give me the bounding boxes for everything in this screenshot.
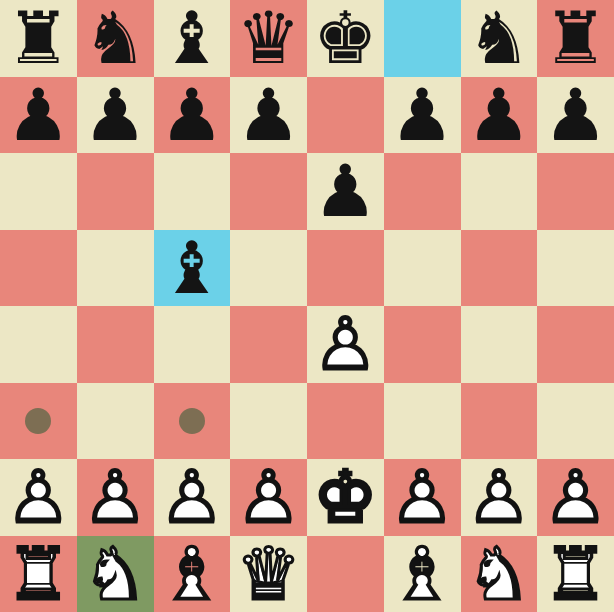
square-d2[interactable]: ♟♙	[230, 459, 307, 536]
black-knight-icon: ♞	[77, 0, 154, 77]
square-h8[interactable]: ♜	[537, 0, 614, 77]
black-bishop-icon: ♝	[154, 0, 231, 77]
white-pawn-icon: ♟	[461, 459, 538, 536]
black-pawn-icon: ♟	[77, 77, 154, 154]
white-bishop-icon: ♝	[154, 536, 231, 612]
square-a6[interactable]	[0, 153, 77, 230]
square-a8[interactable]: ♜	[0, 0, 77, 77]
black-queen-piece[interactable]: ♛	[230, 0, 307, 77]
white-pawn-outline-icon: ♙	[0, 459, 77, 536]
white-pawn-piece[interactable]: ♟♙	[461, 459, 538, 536]
white-rook-outline-icon: ♖	[537, 536, 614, 612]
white-rook-icon: ♜	[537, 536, 614, 612]
black-knight-piece[interactable]: ♞	[461, 0, 538, 77]
black-king-piece[interactable]: ♚	[307, 0, 384, 77]
chess-board: ♜♞♝♛♚♞♜♟♟♟♟♟♟♟♟♝♟♙♟♙♟♙♟♙♟♙♚♔♟♙♟♙♟♙♜♖♞♘♝♗…	[0, 0, 614, 612]
black-knight-icon: ♞	[461, 0, 538, 77]
square-h5[interactable]	[537, 230, 614, 307]
square-b4[interactable]	[77, 306, 154, 383]
white-bishop-piece[interactable]: ♝♗	[384, 536, 461, 612]
square-b3[interactable]	[77, 383, 154, 460]
white-bishop-outline-icon: ♗	[384, 536, 461, 612]
white-pawn-outline-icon: ♙	[154, 459, 231, 536]
square-g3[interactable]	[461, 383, 538, 460]
white-king-outline-icon: ♔	[307, 459, 384, 536]
black-pawn-icon: ♟	[154, 77, 231, 154]
black-king-icon: ♚	[307, 0, 384, 77]
square-e5[interactable]	[307, 230, 384, 307]
square-a1[interactable]: ♜♖	[0, 536, 77, 612]
black-rook-piece[interactable]: ♜	[0, 0, 77, 77]
square-b7[interactable]: ♟	[77, 77, 154, 154]
black-rook-icon: ♜	[0, 0, 77, 77]
white-pawn-icon: ♟	[154, 459, 231, 536]
white-pawn-icon: ♟	[384, 459, 461, 536]
square-e3[interactable]	[307, 383, 384, 460]
square-c1[interactable]: ♝♗	[154, 536, 231, 612]
square-h6[interactable]	[537, 153, 614, 230]
black-knight-piece[interactable]: ♞	[77, 0, 154, 77]
square-d8[interactable]: ♛	[230, 0, 307, 77]
black-pawn-icon: ♟	[0, 77, 77, 154]
white-pawn-outline-icon: ♙	[307, 306, 384, 383]
black-pawn-piece[interactable]: ♟	[154, 77, 231, 154]
white-rook-outline-icon: ♖	[0, 536, 77, 612]
white-knight-icon: ♞	[77, 536, 154, 612]
square-a5[interactable]	[0, 230, 77, 307]
square-d6[interactable]	[230, 153, 307, 230]
square-b1-selected-highlight[interactable]: ♞♘	[77, 536, 154, 612]
white-pawn-piece[interactable]: ♟♙	[384, 459, 461, 536]
black-rook-icon: ♜	[537, 0, 614, 77]
square-h1[interactable]: ♜♖	[537, 536, 614, 612]
square-b5[interactable]	[77, 230, 154, 307]
square-a3[interactable]	[0, 383, 77, 460]
square-a2[interactable]: ♟♙	[0, 459, 77, 536]
square-b6[interactable]	[77, 153, 154, 230]
square-b2[interactable]: ♟♙	[77, 459, 154, 536]
square-c3[interactable]	[154, 383, 231, 460]
square-f6[interactable]	[384, 153, 461, 230]
white-rook-piece[interactable]: ♜♖	[0, 536, 77, 612]
square-e2[interactable]: ♚♔	[307, 459, 384, 536]
black-pawn-piece[interactable]: ♟	[384, 77, 461, 154]
white-pawn-icon: ♟	[77, 459, 154, 536]
black-pawn-icon: ♟	[537, 77, 614, 154]
white-pawn-piece[interactable]: ♟♙	[537, 459, 614, 536]
square-f4[interactable]	[384, 306, 461, 383]
white-pawn-icon: ♟	[307, 306, 384, 383]
white-pawn-piece[interactable]: ♟♙	[307, 306, 384, 383]
square-d1[interactable]: ♛♕	[230, 536, 307, 612]
white-rook-piece[interactable]: ♜♖	[537, 536, 614, 612]
square-c7[interactable]: ♟	[154, 77, 231, 154]
square-f1[interactable]: ♝♗	[384, 536, 461, 612]
black-pawn-piece[interactable]: ♟	[307, 153, 384, 230]
square-e4[interactable]: ♟♙	[307, 306, 384, 383]
black-pawn-icon: ♟	[384, 77, 461, 154]
black-pawn-icon: ♟	[307, 153, 384, 230]
square-g7[interactable]: ♟	[461, 77, 538, 154]
black-pawn-piece[interactable]: ♟	[461, 77, 538, 154]
white-queen-piece[interactable]: ♛♕	[230, 536, 307, 612]
square-h7[interactable]: ♟	[537, 77, 614, 154]
black-pawn-icon: ♟	[230, 77, 307, 154]
black-bishop-piece[interactable]: ♝	[154, 230, 231, 307]
black-bishop-piece[interactable]: ♝	[154, 0, 231, 77]
square-g4[interactable]	[461, 306, 538, 383]
square-g5[interactable]	[461, 230, 538, 307]
square-f7[interactable]: ♟	[384, 77, 461, 154]
white-knight-outline-icon: ♘	[461, 536, 538, 612]
square-f3[interactable]	[384, 383, 461, 460]
white-knight-outline-icon: ♘	[77, 536, 154, 612]
square-d7[interactable]: ♟	[230, 77, 307, 154]
square-a7[interactable]: ♟	[0, 77, 77, 154]
square-g6[interactable]	[461, 153, 538, 230]
white-pawn-outline-icon: ♙	[230, 459, 307, 536]
white-queen-outline-icon: ♕	[230, 536, 307, 612]
square-d5[interactable]	[230, 230, 307, 307]
square-f8-last-move-highlight[interactable]	[384, 0, 461, 77]
black-pawn-piece[interactable]: ♟	[230, 77, 307, 154]
black-pawn-piece[interactable]: ♟	[537, 77, 614, 154]
black-bishop-icon: ♝	[154, 230, 231, 307]
square-e6[interactable]: ♟	[307, 153, 384, 230]
white-knight-piece[interactable]: ♞♘	[77, 536, 154, 612]
black-pawn-piece[interactable]: ♟	[77, 77, 154, 154]
white-pawn-piece[interactable]: ♟♙	[77, 459, 154, 536]
white-pawn-outline-icon: ♙	[537, 459, 614, 536]
square-e7[interactable]	[307, 77, 384, 154]
white-queen-icon: ♛	[230, 536, 307, 612]
square-c8[interactable]: ♝	[154, 0, 231, 77]
white-bishop-piece[interactable]: ♝♗	[154, 536, 231, 612]
square-c4[interactable]	[154, 306, 231, 383]
square-d3[interactable]	[230, 383, 307, 460]
square-g1[interactable]: ♞♘	[461, 536, 538, 612]
square-a4[interactable]	[0, 306, 77, 383]
square-e1[interactable]	[307, 536, 384, 612]
white-bishop-icon: ♝	[384, 536, 461, 612]
white-pawn-icon: ♟	[0, 459, 77, 536]
white-pawn-outline-icon: ♙	[77, 459, 154, 536]
black-rook-piece[interactable]: ♜	[537, 0, 614, 77]
white-pawn-piece[interactable]: ♟♙	[0, 459, 77, 536]
black-queen-icon: ♛	[230, 0, 307, 77]
square-d4[interactable]	[230, 306, 307, 383]
square-c2[interactable]: ♟♙	[154, 459, 231, 536]
white-pawn-outline-icon: ♙	[384, 459, 461, 536]
white-bishop-outline-icon: ♗	[154, 536, 231, 612]
white-pawn-piece[interactable]: ♟♙	[154, 459, 231, 536]
square-c5-last-move-highlight[interactable]: ♝	[154, 230, 231, 307]
square-h3[interactable]	[537, 383, 614, 460]
square-g8[interactable]: ♞	[461, 0, 538, 77]
square-e8[interactable]: ♚	[307, 0, 384, 77]
black-pawn-icon: ♟	[461, 77, 538, 154]
square-f5[interactable]	[384, 230, 461, 307]
white-pawn-piece[interactable]: ♟♙	[230, 459, 307, 536]
white-rook-icon: ♜	[0, 536, 77, 612]
white-knight-piece[interactable]: ♞♘	[461, 536, 538, 612]
square-g2[interactable]: ♟♙	[461, 459, 538, 536]
move-hint-dot[interactable]	[179, 408, 205, 434]
white-pawn-icon: ♟	[537, 459, 614, 536]
black-pawn-piece[interactable]: ♟	[0, 77, 77, 154]
white-king-piece[interactable]: ♚♔	[307, 459, 384, 536]
square-h2[interactable]: ♟♙	[537, 459, 614, 536]
square-c6[interactable]	[154, 153, 231, 230]
square-h4[interactable]	[537, 306, 614, 383]
square-f2[interactable]: ♟♙	[384, 459, 461, 536]
white-pawn-outline-icon: ♙	[461, 459, 538, 536]
square-b8[interactable]: ♞	[77, 0, 154, 77]
white-pawn-icon: ♟	[230, 459, 307, 536]
white-knight-icon: ♞	[461, 536, 538, 612]
move-hint-dot[interactable]	[25, 408, 51, 434]
white-king-icon: ♚	[307, 459, 384, 536]
